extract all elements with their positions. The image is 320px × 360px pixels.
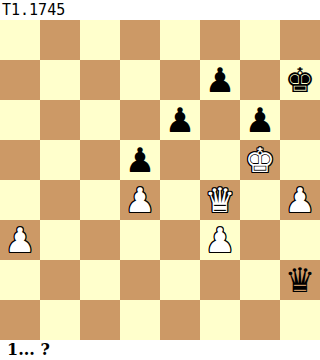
square-b5[interactable] xyxy=(40,140,80,180)
white-pawn-h4[interactable]: ♟ xyxy=(285,180,315,220)
square-b1[interactable] xyxy=(40,300,80,340)
square-h3[interactable] xyxy=(280,220,320,260)
square-b8[interactable] xyxy=(40,20,80,60)
white-king-g5[interactable]: ♚ xyxy=(245,140,275,180)
square-h8[interactable] xyxy=(280,20,320,60)
white-queen-f4[interactable]: ♛ xyxy=(205,180,235,220)
square-g1[interactable] xyxy=(240,300,280,340)
square-f7[interactable]: ♟ xyxy=(200,60,240,100)
square-d6[interactable] xyxy=(120,100,160,140)
square-g3[interactable] xyxy=(240,220,280,260)
square-a8[interactable] xyxy=(0,20,40,60)
chess-diagram-page: T1.1745 ♟♚♟♟♟♚♟♛♟♟♟♛ 1... ? xyxy=(0,0,320,360)
square-e1[interactable] xyxy=(160,300,200,340)
square-g6[interactable]: ♟ xyxy=(240,100,280,140)
square-e3[interactable] xyxy=(160,220,200,260)
square-f8[interactable] xyxy=(200,20,240,60)
square-c6[interactable] xyxy=(80,100,120,140)
black-pawn-g6[interactable]: ♟ xyxy=(245,100,275,140)
black-pawn-e6[interactable]: ♟ xyxy=(165,100,195,140)
square-c1[interactable] xyxy=(80,300,120,340)
square-h5[interactable] xyxy=(280,140,320,180)
square-c2[interactable] xyxy=(80,260,120,300)
puzzle-title: T1.1745 xyxy=(2,0,65,20)
square-f1[interactable] xyxy=(200,300,240,340)
square-b7[interactable] xyxy=(40,60,80,100)
square-e4[interactable] xyxy=(160,180,200,220)
black-queen-h2[interactable]: ♛ xyxy=(285,260,315,300)
black-king-h7[interactable]: ♚ xyxy=(285,60,315,100)
square-f5[interactable] xyxy=(200,140,240,180)
black-pawn-f7[interactable]: ♟ xyxy=(205,60,235,100)
square-c3[interactable] xyxy=(80,220,120,260)
square-f6[interactable] xyxy=(200,100,240,140)
square-f3[interactable]: ♟ xyxy=(200,220,240,260)
square-f4[interactable]: ♛ xyxy=(200,180,240,220)
square-e6[interactable]: ♟ xyxy=(160,100,200,140)
square-b2[interactable] xyxy=(40,260,80,300)
square-h6[interactable] xyxy=(280,100,320,140)
square-c7[interactable] xyxy=(80,60,120,100)
square-e5[interactable] xyxy=(160,140,200,180)
square-d2[interactable] xyxy=(120,260,160,300)
square-a5[interactable] xyxy=(0,140,40,180)
square-a1[interactable] xyxy=(0,300,40,340)
square-d3[interactable] xyxy=(120,220,160,260)
square-h7[interactable]: ♚ xyxy=(280,60,320,100)
square-g7[interactable] xyxy=(240,60,280,100)
chess-board: ♟♚♟♟♟♚♟♛♟♟♟♛ xyxy=(0,20,320,340)
square-a6[interactable] xyxy=(0,100,40,140)
square-a2[interactable] xyxy=(0,260,40,300)
white-pawn-d4[interactable]: ♟ xyxy=(125,180,155,220)
black-pawn-d5[interactable]: ♟ xyxy=(125,140,155,180)
square-e2[interactable] xyxy=(160,260,200,300)
square-d1[interactable] xyxy=(120,300,160,340)
square-g4[interactable] xyxy=(240,180,280,220)
square-g8[interactable] xyxy=(240,20,280,60)
square-h1[interactable] xyxy=(280,300,320,340)
white-pawn-f3[interactable]: ♟ xyxy=(205,220,235,260)
square-d8[interactable] xyxy=(120,20,160,60)
square-b3[interactable] xyxy=(40,220,80,260)
square-h4[interactable]: ♟ xyxy=(280,180,320,220)
square-h2[interactable]: ♛ xyxy=(280,260,320,300)
square-a4[interactable] xyxy=(0,180,40,220)
move-prompt: 1... ? xyxy=(7,340,50,360)
square-b4[interactable] xyxy=(40,180,80,220)
square-g5[interactable]: ♚ xyxy=(240,140,280,180)
square-e8[interactable] xyxy=(160,20,200,60)
square-d7[interactable] xyxy=(120,60,160,100)
square-d5[interactable]: ♟ xyxy=(120,140,160,180)
square-e7[interactable] xyxy=(160,60,200,100)
square-b6[interactable] xyxy=(40,100,80,140)
square-c5[interactable] xyxy=(80,140,120,180)
square-c4[interactable] xyxy=(80,180,120,220)
white-pawn-a3[interactable]: ♟ xyxy=(5,220,35,260)
square-f2[interactable] xyxy=(200,260,240,300)
square-d4[interactable]: ♟ xyxy=(120,180,160,220)
square-g2[interactable] xyxy=(240,260,280,300)
square-c8[interactable] xyxy=(80,20,120,60)
square-a3[interactable]: ♟ xyxy=(0,220,40,260)
square-a7[interactable] xyxy=(0,60,40,100)
